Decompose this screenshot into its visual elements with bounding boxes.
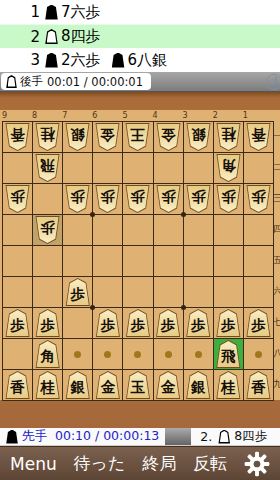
- piece-kanji: 香: [6, 372, 29, 398]
- square-7七[interactable]: [63, 308, 93, 339]
- sente-piece-香: 香: [246, 371, 271, 399]
- square-2八[interactable]: 飛: [214, 339, 244, 370]
- piece-kanji: 歩: [247, 186, 270, 212]
- square-4九[interactable]: 金: [154, 370, 184, 401]
- legal-move-dot: [104, 351, 111, 358]
- square-9一[interactable]: 香: [3, 122, 33, 153]
- gote-piece-角: 角: [216, 154, 241, 182]
- file-label-1: 1: [243, 111, 253, 120]
- gote-piece-銀: 銀: [186, 123, 211, 151]
- rank-label-1: 一: [273, 132, 280, 141]
- sente-piece-歩: 歩: [65, 278, 90, 306]
- last-move-number: 2.: [200, 429, 212, 444]
- sente-piece-歩: 歩: [5, 309, 30, 337]
- square-3六[interactable]: [184, 277, 214, 308]
- file-label-9: 9: [2, 111, 12, 120]
- piece-kanji: 歩: [6, 186, 29, 212]
- piece-kanji: 歩: [36, 310, 59, 336]
- rank-label-3: 三: [273, 194, 280, 203]
- square-2六[interactable]: [214, 277, 244, 308]
- sente-piece-icon: [45, 5, 58, 20]
- info-icon[interactable]: i: [266, 74, 280, 90]
- piece-kanji: 歩: [247, 310, 270, 336]
- square-5四[interactable]: [123, 215, 153, 246]
- legal-move-dot: [74, 351, 81, 358]
- gote-piece-金: 金: [95, 123, 120, 151]
- square-3八[interactable]: [184, 339, 214, 370]
- square-6四[interactable]: [93, 215, 123, 246]
- square-7六[interactable]: 歩: [63, 277, 93, 308]
- square-1八[interactable]: [244, 339, 274, 370]
- piece-kanji: 歩: [96, 186, 119, 212]
- file-label-3: 3: [183, 111, 193, 120]
- square-6五[interactable]: [93, 246, 123, 277]
- gote-piece-歩: 歩: [216, 185, 241, 213]
- square-9九[interactable]: 香: [3, 370, 33, 401]
- square-8九[interactable]: 桂: [33, 370, 63, 401]
- piece-kanji: 香: [6, 124, 29, 150]
- move-text: 6八銀: [128, 51, 168, 70]
- square-7九[interactable]: 銀: [63, 370, 93, 401]
- gote-piece-歩: 歩: [125, 185, 150, 213]
- rank-label-9: 九: [273, 380, 280, 389]
- square-7八[interactable]: [63, 339, 93, 370]
- square-1四[interactable]: [244, 215, 274, 246]
- gote-piece-香: 香: [246, 123, 271, 151]
- piece-kanji: 歩: [126, 310, 149, 336]
- file-label-6: 6: [92, 111, 102, 120]
- sente-piece-歩: 歩: [246, 309, 271, 337]
- gote-piece-歩: 歩: [35, 216, 60, 244]
- square-5六[interactable]: [123, 277, 153, 308]
- square-3三[interactable]: 歩: [184, 184, 214, 215]
- piece-kanji: 飛: [217, 341, 240, 367]
- sente-piece-icon: [6, 430, 18, 444]
- square-1七[interactable]: 歩: [244, 308, 274, 339]
- piece-kanji: 歩: [96, 310, 119, 336]
- move-row[interactable]: 32六歩6八銀: [0, 48, 280, 72]
- gote-piece-icon: [6, 75, 17, 88]
- sente-time: 00:10 / 00:00:13: [55, 428, 159, 443]
- square-2三[interactable]: 歩: [214, 184, 244, 215]
- rank-label-4: 四: [273, 225, 280, 234]
- gote-piece-歩: 歩: [246, 185, 271, 213]
- sente-piece-歩: 歩: [125, 309, 150, 337]
- move-list: 17六歩28四歩32六歩6八銀: [0, 0, 280, 72]
- square-6六[interactable]: [93, 277, 123, 308]
- move-row[interactable]: 17六歩: [0, 0, 280, 24]
- square-3二[interactable]: [184, 153, 214, 184]
- square-9六[interactable]: [3, 277, 33, 308]
- sente-piece-icon: [45, 53, 58, 68]
- square-4三[interactable]: 歩: [154, 184, 184, 215]
- piece-kanji: 金: [96, 124, 119, 150]
- clock-divider-handle: [165, 428, 191, 445]
- square-5一[interactable]: 王: [123, 122, 153, 153]
- piece-kanji: 歩: [217, 310, 240, 336]
- square-1二[interactable]: [244, 153, 274, 184]
- gote-piece-金: 金: [156, 123, 181, 151]
- sente-clock-bar: 先手 00:10 / 00:00:13 2. 8四歩: [0, 428, 280, 446]
- square-8二[interactable]: 飛: [33, 153, 63, 184]
- sente-piece-歩: 歩: [95, 309, 120, 337]
- square-5二[interactable]: [123, 153, 153, 184]
- square-3一[interactable]: 銀: [184, 122, 214, 153]
- piece-kanji: 金: [157, 124, 180, 150]
- sente-piece-桂: 桂: [216, 371, 241, 399]
- square-2二[interactable]: 角: [214, 153, 244, 184]
- shogi-board: 香桂銀金王金銀桂香飛角歩歩歩歩歩歩歩歩歩歩歩歩歩歩歩歩歩歩角飛香桂銀金玉金銀桂香…: [0, 92, 280, 428]
- square-6九[interactable]: 金: [93, 370, 123, 401]
- move-row[interactable]: 28四歩: [0, 24, 280, 48]
- rank-label-8: 八: [273, 349, 280, 358]
- piece-kanji: 歩: [66, 279, 89, 305]
- piece-kanji: 歩: [36, 217, 59, 243]
- piece-kanji: 金: [157, 372, 180, 398]
- square-8五[interactable]: [33, 246, 63, 277]
- square-7五[interactable]: [63, 246, 93, 277]
- piece-kanji: 香: [247, 372, 270, 398]
- move-number: 3: [26, 51, 40, 69]
- gote-piece-香: 香: [5, 123, 30, 151]
- gote-piece-歩: 歩: [5, 185, 30, 213]
- square-3七[interactable]: 歩: [184, 308, 214, 339]
- square-1九[interactable]: 香: [244, 370, 274, 401]
- piece-kanji: 香: [247, 124, 270, 150]
- sente-piece-icon: [112, 53, 125, 68]
- piece-kanji: 歩: [217, 186, 240, 212]
- gote-piece-歩: 歩: [95, 185, 120, 213]
- sente-piece-金: 金: [156, 371, 181, 399]
- file-label-2: 2: [213, 111, 223, 120]
- sente-piece-歩: 歩: [186, 309, 211, 337]
- file-label-4: 4: [153, 111, 163, 120]
- square-8七[interactable]: 歩: [33, 308, 63, 339]
- gote-label: 後手: [20, 74, 43, 89]
- gote-piece-王: 王: [125, 123, 150, 151]
- rank-label-6: 六: [273, 287, 280, 296]
- square-6三[interactable]: 歩: [93, 184, 123, 215]
- piece-kanji: 銀: [66, 372, 89, 398]
- sente-piece-歩: 歩: [156, 309, 181, 337]
- square-9二[interactable]: [3, 153, 33, 184]
- file-label-5: 5: [122, 111, 132, 120]
- square-6八[interactable]: [93, 339, 123, 370]
- square-2七[interactable]: 歩: [214, 308, 244, 339]
- undo-button[interactable]: 待った: [74, 452, 126, 475]
- piece-kanji: 歩: [6, 310, 29, 336]
- gote-piece-飛: 飛: [35, 154, 60, 182]
- piece-kanji: 金: [96, 372, 119, 398]
- square-7二[interactable]: [63, 153, 93, 184]
- piece-icon-face: [47, 31, 57, 43]
- piece-kanji: 銀: [187, 372, 210, 398]
- square-1五[interactable]: [244, 246, 274, 277]
- square-9三[interactable]: 歩: [3, 184, 33, 215]
- gote-time: 00:01 / 00:00:01: [47, 75, 143, 89]
- square-6二[interactable]: [93, 153, 123, 184]
- square-4五[interactable]: [154, 246, 184, 277]
- sente-piece-銀: 銀: [65, 371, 90, 399]
- piece-kanji: 歩: [187, 186, 210, 212]
- sente-piece-角: 角: [35, 340, 60, 368]
- gote-piece-銀: 銀: [65, 123, 90, 151]
- move-text: 8四歩: [61, 27, 101, 46]
- piece-kanji: 銀: [187, 124, 210, 150]
- square-8八[interactable]: 角: [33, 339, 63, 370]
- piece-kanji: 桂: [217, 372, 240, 398]
- legal-move-dot: [134, 351, 141, 358]
- sente-piece-歩: 歩: [216, 309, 241, 337]
- shogi-app: 17六歩28四歩32六歩6八銀 後手 00:01 / 00:00:01 i 香桂…: [0, 0, 280, 480]
- legal-move-dot: [165, 351, 172, 358]
- piece-kanji: 玉: [126, 372, 149, 398]
- piece-kanji: 歩: [126, 186, 149, 212]
- square-2五[interactable]: [214, 246, 244, 277]
- square-3五[interactable]: [184, 246, 214, 277]
- square-8六[interactable]: [33, 277, 63, 308]
- square-4二[interactable]: [154, 153, 184, 184]
- square-2四[interactable]: [214, 215, 244, 246]
- piece-kanji: 歩: [157, 310, 180, 336]
- square-4一[interactable]: 金: [154, 122, 184, 153]
- piece-kanji: 角: [217, 155, 240, 181]
- gote-piece-桂: 桂: [35, 123, 60, 151]
- flip-board-button[interactable]: 反転: [193, 452, 227, 475]
- move-text: 2六歩: [61, 51, 101, 70]
- square-1六[interactable]: [244, 277, 274, 308]
- square-9七[interactable]: 歩: [3, 308, 33, 339]
- square-5七[interactable]: 歩: [123, 308, 153, 339]
- square-5三[interactable]: 歩: [123, 184, 153, 215]
- move-text: 7六歩: [61, 3, 101, 22]
- square-5八[interactable]: [123, 339, 153, 370]
- menu-button[interactable]: Menu: [10, 454, 57, 474]
- piece-kanji: 桂: [36, 372, 59, 398]
- move-number: 1: [26, 3, 40, 21]
- settings-gear-icon[interactable]: [244, 451, 270, 477]
- square-8四[interactable]: 歩: [33, 215, 63, 246]
- square-7三[interactable]: 歩: [63, 184, 93, 215]
- piece-kanji: 飛: [36, 155, 59, 181]
- gote-piece-icon: [45, 29, 58, 44]
- square-2九[interactable]: 桂: [214, 370, 244, 401]
- square-3九[interactable]: 銀: [184, 370, 214, 401]
- gote-piece-歩: 歩: [65, 185, 90, 213]
- piece-kanji: 歩: [66, 186, 89, 212]
- legal-move-dot: [255, 351, 262, 358]
- square-1一[interactable]: 香: [244, 122, 274, 153]
- square-6一[interactable]: 金: [93, 122, 123, 153]
- file-label-7: 7: [62, 111, 72, 120]
- piece-kanji: 王: [126, 124, 149, 150]
- piece-kanji: 桂: [217, 124, 240, 150]
- square-7一[interactable]: 銀: [63, 122, 93, 153]
- gote-piece-歩: 歩: [156, 185, 181, 213]
- legal-move-dot: [195, 351, 202, 358]
- square-9八[interactable]: [3, 339, 33, 370]
- gote-piece-桂: 桂: [216, 123, 241, 151]
- square-1三[interactable]: 歩: [244, 184, 274, 215]
- rank-label-5: 五: [273, 256, 280, 265]
- square-5九[interactable]: 玉: [123, 370, 153, 401]
- piece-kanji: 歩: [187, 310, 210, 336]
- square-4四[interactable]: [154, 215, 184, 246]
- rank-label-2: 二: [273, 163, 280, 172]
- end-game-button[interactable]: 終局: [142, 452, 176, 475]
- sente-piece-飛: 飛: [216, 340, 241, 368]
- last-move-text: 8四歩: [234, 428, 267, 445]
- square-7四[interactable]: [63, 215, 93, 246]
- square-9五[interactable]: [3, 246, 33, 277]
- last-move-gote-icon: [218, 430, 230, 444]
- square-5五[interactable]: [123, 246, 153, 277]
- gote-clock-bar: 後手 00:01 / 00:00:01 i: [0, 72, 280, 92]
- gote-clock: 後手 00:01 / 00:00:01: [1, 73, 151, 90]
- square-2一[interactable]: 桂: [214, 122, 244, 153]
- square-4八[interactable]: [154, 339, 184, 370]
- square-6七[interactable]: 歩: [93, 308, 123, 339]
- sente-piece-香: 香: [5, 371, 30, 399]
- square-4六[interactable]: [154, 277, 184, 308]
- square-8一[interactable]: 桂: [33, 122, 63, 153]
- square-9四[interactable]: [3, 215, 33, 246]
- rank-label-7: 七: [273, 318, 280, 327]
- sente-label: 先手: [22, 428, 47, 443]
- toolbar: Menu 待った 終局 反転: [0, 446, 280, 480]
- board-grid: 香桂銀金王金銀桂香飛角歩歩歩歩歩歩歩歩歩歩歩歩歩歩歩歩歩歩角飛香桂銀金玉金銀桂香: [2, 121, 274, 401]
- sente-piece-銀: 銀: [186, 371, 211, 399]
- file-label-8: 8: [32, 111, 42, 120]
- square-3四[interactable]: [184, 215, 214, 246]
- move-number: 2: [26, 28, 40, 46]
- square-4七[interactable]: 歩: [154, 308, 184, 339]
- piece-kanji: 角: [36, 341, 59, 367]
- sente-clock: 先手 00:10 / 00:00:13: [22, 428, 159, 445]
- sente-piece-金: 金: [95, 371, 120, 399]
- sente-piece-玉: 玉: [125, 371, 150, 399]
- last-move-display: 2. 8四歩: [200, 428, 267, 445]
- sente-piece-桂: 桂: [35, 371, 60, 399]
- piece-kanji: 銀: [66, 124, 89, 150]
- square-8三[interactable]: [33, 184, 63, 215]
- piece-kanji: 歩: [157, 186, 180, 212]
- gote-piece-歩: 歩: [186, 185, 211, 213]
- piece-kanji: 桂: [36, 124, 59, 150]
- sente-piece-歩: 歩: [35, 309, 60, 337]
